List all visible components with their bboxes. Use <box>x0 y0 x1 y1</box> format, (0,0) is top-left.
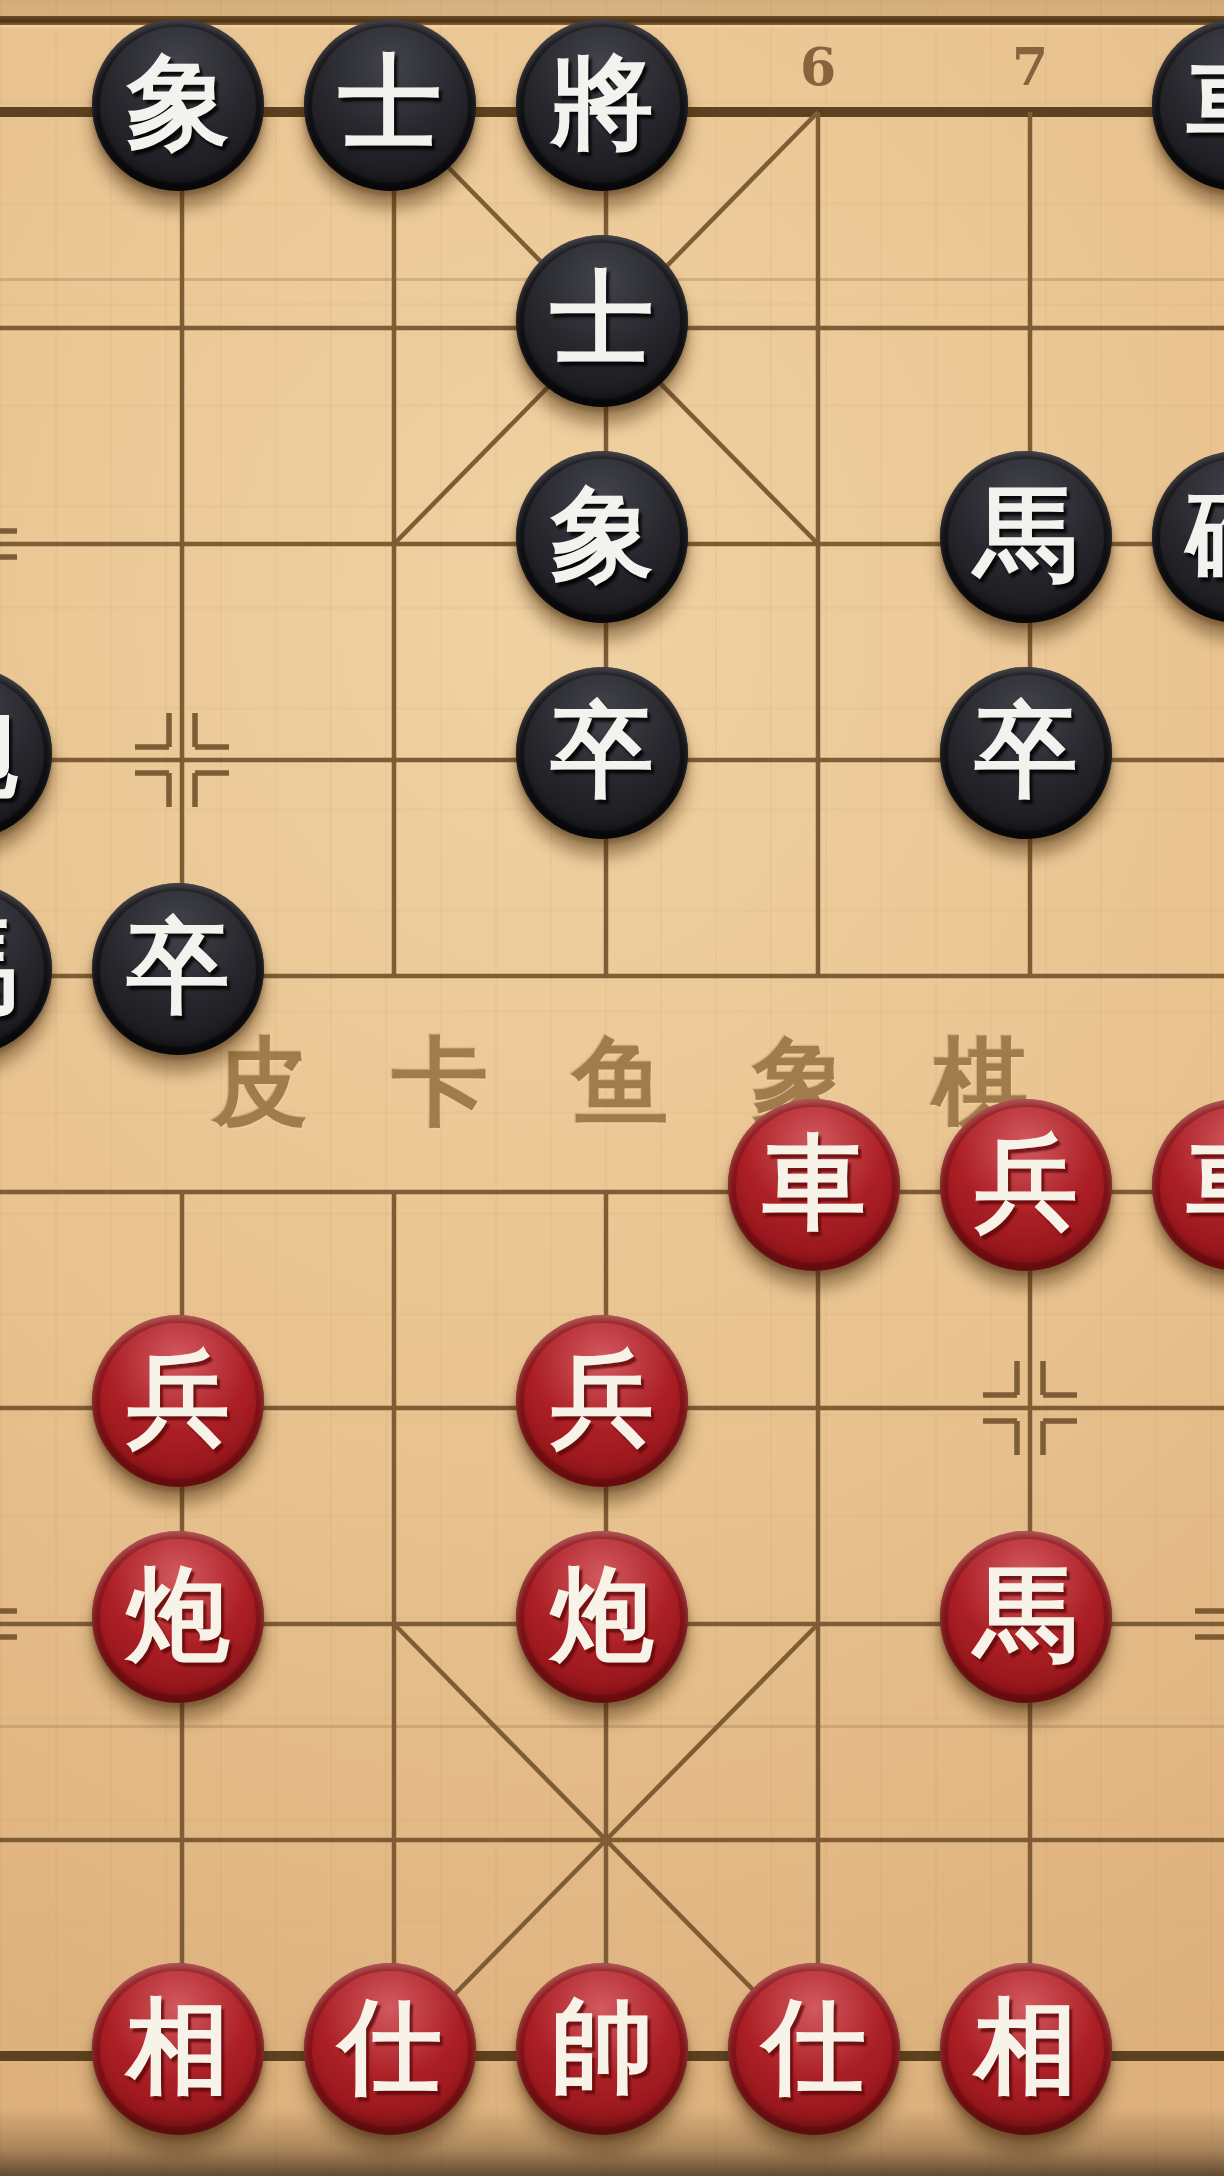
piece-black-soldier[interactable]: 卒 <box>92 883 264 1055</box>
piece-black-soldier[interactable]: 卒 <box>516 667 688 839</box>
piece-black-elephant[interactable]: 象 <box>516 451 688 623</box>
pieces-layer: 象士將車士象馬砲砲卒卒馬卒車兵車兵兵炮炮馬相仕帥仕相 <box>0 4 1224 2164</box>
piece-black-general[interactable]: 將 <box>516 19 688 191</box>
piece-black-cannon[interactable]: 砲 <box>0 667 52 839</box>
piece-black-advisor[interactable]: 士 <box>516 235 688 407</box>
piece-black-advisor[interactable]: 士 <box>304 19 476 191</box>
bottom-edge-shadow <box>0 2108 1224 2176</box>
piece-red-soldier[interactable]: 兵 <box>516 1315 688 1487</box>
piece-red-cannon[interactable]: 炮 <box>92 1531 264 1703</box>
piece-black-horse[interactable]: 馬 <box>0 883 52 1055</box>
piece-black-soldier[interactable]: 卒 <box>940 667 1112 839</box>
piece-black-chariot[interactable]: 車 <box>1152 19 1224 191</box>
piece-red-soldier[interactable]: 兵 <box>940 1099 1112 1271</box>
piece-red-cannon[interactable]: 炮 <box>516 1531 688 1703</box>
piece-black-cannon[interactable]: 砲 <box>1152 451 1224 623</box>
piece-red-soldier[interactable]: 兵 <box>92 1315 264 1487</box>
piece-red-horse[interactable]: 馬 <box>940 1531 1112 1703</box>
piece-black-elephant[interactable]: 象 <box>92 19 264 191</box>
piece-red-chariot[interactable]: 車 <box>728 1099 900 1271</box>
xiangqi-board: 6 7 皮 卡 鱼 象 棋 象士將車士象馬砲砲卒卒馬卒車兵車兵兵炮炮馬相仕帥仕相 <box>0 0 1224 2176</box>
piece-red-chariot[interactable]: 車 <box>1152 1099 1224 1271</box>
piece-black-horse[interactable]: 馬 <box>940 451 1112 623</box>
